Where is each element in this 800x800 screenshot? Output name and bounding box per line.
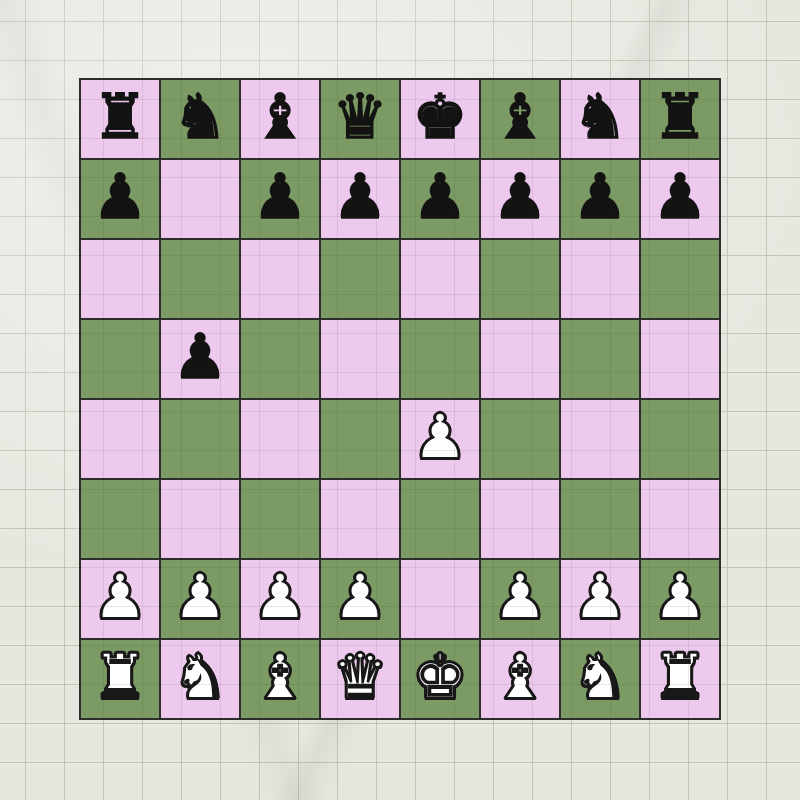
- black-pawn[interactable]: ♟: [652, 166, 708, 228]
- black-queen[interactable]: ♛: [332, 86, 388, 148]
- black-bishop[interactable]: ♝: [252, 86, 308, 148]
- white-pawn[interactable]: ♟: [172, 566, 228, 628]
- black-rook[interactable]: ♜: [652, 86, 708, 148]
- square-d5[interactable]: [321, 320, 399, 398]
- square-d8[interactable]: ♛: [321, 80, 399, 158]
- square-e6[interactable]: [401, 240, 479, 318]
- black-pawn[interactable]: ♟: [252, 166, 308, 228]
- square-c4[interactable]: [241, 400, 319, 478]
- black-pawn[interactable]: ♟: [492, 166, 548, 228]
- black-pawn[interactable]: ♟: [172, 326, 228, 388]
- black-king[interactable]: ♚: [412, 86, 468, 148]
- square-c3[interactable]: [241, 480, 319, 558]
- square-g6[interactable]: [561, 240, 639, 318]
- white-queen[interactable]: ♛: [332, 646, 388, 708]
- square-e3[interactable]: [401, 480, 479, 558]
- square-c6[interactable]: [241, 240, 319, 318]
- white-pawn[interactable]: ♟: [652, 566, 708, 628]
- square-f8[interactable]: ♝: [481, 80, 559, 158]
- square-e7[interactable]: ♟: [401, 160, 479, 238]
- square-e2[interactable]: [401, 560, 479, 638]
- square-b1[interactable]: ♞: [161, 640, 239, 718]
- black-knight[interactable]: ♞: [572, 86, 628, 148]
- square-b6[interactable]: [161, 240, 239, 318]
- square-g5[interactable]: [561, 320, 639, 398]
- white-pawn[interactable]: ♟: [412, 406, 468, 468]
- white-bishop[interactable]: ♝: [252, 646, 308, 708]
- square-a2[interactable]: ♟: [81, 560, 159, 638]
- square-d1[interactable]: ♛: [321, 640, 399, 718]
- black-pawn[interactable]: ♟: [92, 166, 148, 228]
- white-pawn[interactable]: ♟: [92, 566, 148, 628]
- square-b4[interactable]: [161, 400, 239, 478]
- square-h4[interactable]: [641, 400, 719, 478]
- white-knight[interactable]: ♞: [572, 646, 628, 708]
- square-f2[interactable]: ♟: [481, 560, 559, 638]
- square-f7[interactable]: ♟: [481, 160, 559, 238]
- square-c2[interactable]: ♟: [241, 560, 319, 638]
- square-h8[interactable]: ♜: [641, 80, 719, 158]
- black-knight[interactable]: ♞: [172, 86, 228, 148]
- square-d6[interactable]: [321, 240, 399, 318]
- square-h7[interactable]: ♟: [641, 160, 719, 238]
- square-g1[interactable]: ♞: [561, 640, 639, 718]
- square-d2[interactable]: ♟: [321, 560, 399, 638]
- square-h5[interactable]: [641, 320, 719, 398]
- square-g4[interactable]: [561, 400, 639, 478]
- square-a8[interactable]: ♜: [81, 80, 159, 158]
- square-a3[interactable]: [81, 480, 159, 558]
- black-pawn[interactable]: ♟: [572, 166, 628, 228]
- square-h6[interactable]: [641, 240, 719, 318]
- white-king[interactable]: ♚: [412, 646, 468, 708]
- square-d3[interactable]: [321, 480, 399, 558]
- white-pawn[interactable]: ♟: [492, 566, 548, 628]
- square-g3[interactable]: [561, 480, 639, 558]
- square-a5[interactable]: [81, 320, 159, 398]
- square-f1[interactable]: ♝: [481, 640, 559, 718]
- square-b5[interactable]: ♟: [161, 320, 239, 398]
- black-rook[interactable]: ♜: [92, 86, 148, 148]
- square-f4[interactable]: [481, 400, 559, 478]
- square-f6[interactable]: [481, 240, 559, 318]
- square-a4[interactable]: [81, 400, 159, 478]
- white-pawn[interactable]: ♟: [332, 566, 388, 628]
- white-bishop[interactable]: ♝: [492, 646, 548, 708]
- square-b8[interactable]: ♞: [161, 80, 239, 158]
- black-bishop[interactable]: ♝: [492, 86, 548, 148]
- square-d7[interactable]: ♟: [321, 160, 399, 238]
- black-pawn[interactable]: ♟: [332, 166, 388, 228]
- square-e8[interactable]: ♚: [401, 80, 479, 158]
- square-e1[interactable]: ♚: [401, 640, 479, 718]
- square-b7[interactable]: [161, 160, 239, 238]
- white-pawn[interactable]: ♟: [252, 566, 308, 628]
- square-f5[interactable]: [481, 320, 559, 398]
- square-e4[interactable]: ♟: [401, 400, 479, 478]
- graph-paper-background: ♜♞♝♛♚♝♞♜♟♟♟♟♟♟♟♟♟♟♟♟♟♟♟♟♜♞♝♛♚♝♞♜: [0, 0, 800, 800]
- square-h1[interactable]: ♜: [641, 640, 719, 718]
- square-g2[interactable]: ♟: [561, 560, 639, 638]
- square-c8[interactable]: ♝: [241, 80, 319, 158]
- square-c1[interactable]: ♝: [241, 640, 319, 718]
- white-rook[interactable]: ♜: [652, 646, 708, 708]
- white-knight[interactable]: ♞: [172, 646, 228, 708]
- square-a6[interactable]: [81, 240, 159, 318]
- square-c7[interactable]: ♟: [241, 160, 319, 238]
- square-g7[interactable]: ♟: [561, 160, 639, 238]
- white-rook[interactable]: ♜: [92, 646, 148, 708]
- chess-board: ♜♞♝♛♚♝♞♜♟♟♟♟♟♟♟♟♟♟♟♟♟♟♟♟♜♞♝♛♚♝♞♜: [79, 78, 721, 720]
- square-a1[interactable]: ♜: [81, 640, 159, 718]
- square-g8[interactable]: ♞: [561, 80, 639, 158]
- square-c5[interactable]: [241, 320, 319, 398]
- square-f3[interactable]: [481, 480, 559, 558]
- square-h3[interactable]: [641, 480, 719, 558]
- square-b2[interactable]: ♟: [161, 560, 239, 638]
- black-pawn[interactable]: ♟: [412, 166, 468, 228]
- square-b3[interactable]: [161, 480, 239, 558]
- square-e5[interactable]: [401, 320, 479, 398]
- square-a7[interactable]: ♟: [81, 160, 159, 238]
- square-h2[interactable]: ♟: [641, 560, 719, 638]
- square-d4[interactable]: [321, 400, 399, 478]
- white-pawn[interactable]: ♟: [572, 566, 628, 628]
